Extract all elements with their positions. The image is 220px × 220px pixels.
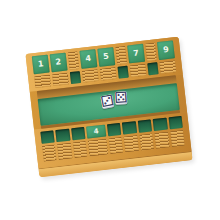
tile-number: 4 xyxy=(85,55,91,64)
slot-opening xyxy=(107,123,122,136)
tile-face-5[interactable]: 5 xyxy=(97,47,115,67)
tile-number: 2 xyxy=(55,58,61,67)
top-slot-1[interactable]: 1 xyxy=(32,55,51,89)
tile-back-ridges[interactable] xyxy=(42,144,57,161)
slot-opening xyxy=(137,119,152,132)
tile-number: 1 xyxy=(37,60,43,69)
tile-face-7[interactable]: 7 xyxy=(127,44,145,64)
slot-opening xyxy=(168,116,183,129)
tile-back-ridges[interactable] xyxy=(124,135,139,152)
die-1[interactable]: ⚂ xyxy=(100,94,114,109)
tile-back-ridges xyxy=(99,67,116,81)
tile-face-4[interactable]: 4 xyxy=(79,49,97,69)
top-slot-9[interactable]: 9 xyxy=(157,40,176,74)
top-slot-8[interactable] xyxy=(145,42,159,75)
die-2[interactable]: ⚄ xyxy=(115,91,128,105)
tile-number: 7 xyxy=(133,49,139,58)
top-slot-5[interactable]: 5 xyxy=(97,47,116,81)
tile-back-ridges[interactable] xyxy=(170,130,185,147)
tile-face-1[interactable]: 1 xyxy=(32,55,50,75)
tile-back-ridges[interactable] xyxy=(57,143,72,160)
slot-opening xyxy=(153,118,168,131)
tile-back-ridges[interactable] xyxy=(145,42,157,61)
slot-opening xyxy=(147,62,159,75)
bottom-slot-6[interactable] xyxy=(122,121,139,155)
tile-number: 4 xyxy=(93,128,99,136)
tile-back-ridges[interactable] xyxy=(108,137,123,154)
die-face-glyph: ⚄ xyxy=(115,91,128,105)
tile-face-4[interactable]: 4 xyxy=(86,125,106,139)
tile-back-ridges xyxy=(34,74,51,88)
slot-opening xyxy=(70,71,82,84)
tile-face-9[interactable]: 9 xyxy=(157,40,175,60)
slot-opening xyxy=(122,121,137,134)
tile-back-ridges xyxy=(159,60,176,74)
tile-back-ridges[interactable] xyxy=(73,141,88,158)
tile-face-2[interactable]: 2 xyxy=(50,53,68,73)
slot-opening xyxy=(71,127,86,140)
bottom-slot-8[interactable] xyxy=(153,118,170,152)
top-slot-2[interactable]: 2 xyxy=(50,53,69,87)
tile-back-ridges xyxy=(82,69,99,83)
tile-back-ridges[interactable] xyxy=(67,51,79,70)
top-slot-4[interactable]: 4 xyxy=(79,49,98,83)
bottom-slot-4[interactable]: 4 xyxy=(86,125,108,160)
bottom-slot-3[interactable] xyxy=(71,127,88,161)
bottom-slot-2[interactable] xyxy=(56,129,73,163)
slot-opening xyxy=(56,129,71,142)
slot-opening xyxy=(40,130,55,143)
top-slot-6[interactable] xyxy=(115,46,129,79)
tile-back-ridges xyxy=(88,139,108,157)
die-face-glyph: ⚂ xyxy=(100,94,114,109)
tile-back-ridges[interactable] xyxy=(154,132,169,149)
tile-back-ridges[interactable] xyxy=(115,46,127,65)
bottom-slot-1[interactable] xyxy=(40,130,57,164)
tile-back-ridges xyxy=(52,72,69,86)
top-slot-7[interactable]: 7 xyxy=(127,44,146,78)
bottom-slot-5[interactable] xyxy=(107,123,124,157)
bottom-slot-9[interactable] xyxy=(168,116,185,150)
tile-back-ridges[interactable] xyxy=(139,133,154,150)
tile-number: 5 xyxy=(103,53,109,62)
shut-the-box-board: 1 2 4 5 7 9 xyxy=(25,37,192,178)
top-slot-3[interactable] xyxy=(67,51,81,84)
slot-opening xyxy=(117,66,129,79)
tile-number: 9 xyxy=(163,46,169,55)
bottom-slot-7[interactable] xyxy=(137,119,154,153)
tile-back-ridges xyxy=(129,64,146,78)
